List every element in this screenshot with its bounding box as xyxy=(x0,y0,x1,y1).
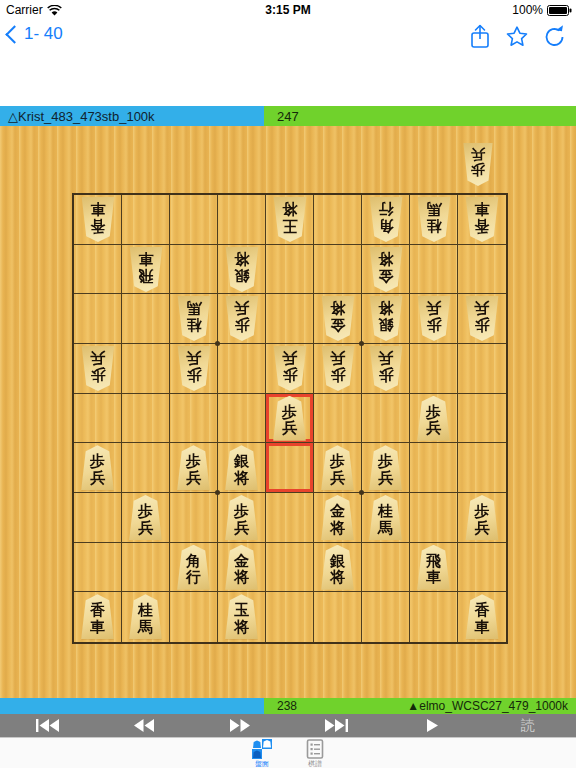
board-cell[interactable] xyxy=(170,195,218,245)
board-cell[interactable]: 王将 xyxy=(266,195,314,245)
board-star-point xyxy=(359,341,364,346)
board-cell[interactable] xyxy=(410,344,458,394)
board-cell[interactable] xyxy=(314,394,362,444)
board-cell[interactable]: 歩兵 xyxy=(218,493,266,543)
board-cell[interactable] xyxy=(314,245,362,295)
board-cell[interactable] xyxy=(74,245,122,295)
shogi-piece-銀将: 銀将 xyxy=(367,296,405,341)
skip-to-end-button[interactable] xyxy=(316,716,356,736)
app-screen: Carrier 3:15 PM 100% xyxy=(0,0,576,768)
shogi-piece-香車: 香車 xyxy=(79,197,117,242)
tab-bar: 盤面 棋譜 xyxy=(0,737,576,768)
board-cell[interactable] xyxy=(362,394,410,444)
board-cell[interactable]: 歩兵 xyxy=(410,294,458,344)
board-cell[interactable] xyxy=(458,394,506,444)
status-bar: Carrier 3:15 PM 100% xyxy=(0,0,576,20)
shogi-piece-銀将: 銀将 xyxy=(223,445,261,490)
board-cell[interactable] xyxy=(218,344,266,394)
shogi-piece-歩兵: 歩兵 xyxy=(223,296,261,341)
board-cell[interactable]: 歩兵 xyxy=(74,344,122,394)
board-tab-icon xyxy=(252,739,272,759)
board-cell[interactable] xyxy=(314,195,362,245)
board-cell[interactable]: 角行 xyxy=(362,195,410,245)
shogi-piece-歩兵: 歩兵 xyxy=(367,346,405,391)
board-cell[interactable]: 歩兵 xyxy=(458,493,506,543)
board-cell[interactable] xyxy=(74,394,122,444)
shogi-piece-金将: 金将 xyxy=(367,247,405,292)
play-button[interactable] xyxy=(412,716,452,736)
shogi-piece-歩兵: 歩兵 xyxy=(271,346,309,391)
board-cell[interactable]: 銀将 xyxy=(362,294,410,344)
board-cell[interactable] xyxy=(122,394,170,444)
playback-toolbar: 読 xyxy=(0,714,576,737)
shogi-piece-桂馬: 桂馬 xyxy=(127,594,165,639)
kifu-tab-icon xyxy=(306,739,324,759)
board-cell[interactable] xyxy=(458,543,506,593)
board-cell[interactable]: 金将 xyxy=(218,543,266,593)
board-cell[interactable] xyxy=(410,592,458,642)
nav-bar: 1- 40 xyxy=(0,20,576,54)
board-cell[interactable]: 桂馬 xyxy=(122,592,170,642)
tab-board[interactable]: 盤面 xyxy=(252,739,272,768)
board-cell[interactable] xyxy=(362,592,410,642)
board-cell[interactable] xyxy=(266,592,314,642)
board-cell[interactable]: 銀将 xyxy=(218,245,266,295)
shogi-board: 香車王将角行桂馬香車飛車銀将金将桂馬歩兵金将銀将歩兵歩兵歩兵歩兵歩兵歩兵歩兵歩兵… xyxy=(72,193,508,644)
board-cell[interactable]: 銀将 xyxy=(314,543,362,593)
skip-to-start-button[interactable] xyxy=(28,716,68,736)
shogi-piece-香車: 香車 xyxy=(79,594,117,639)
board-cell[interactable] xyxy=(266,245,314,295)
bottom-player-name: ▲elmo_WCSC27_479_1000k xyxy=(407,699,568,713)
board-cell[interactable]: 歩兵 xyxy=(122,493,170,543)
board-cell[interactable]: 金将 xyxy=(314,294,362,344)
shogi-piece-歩兵: 歩兵 xyxy=(223,495,261,540)
board-cell[interactable] xyxy=(218,195,266,245)
gote-hand: 歩兵 xyxy=(459,143,497,188)
board-cell[interactable] xyxy=(74,543,122,593)
fast-forward-button[interactable] xyxy=(220,716,260,736)
shogi-piece-歩兵: 歩兵 xyxy=(79,445,117,490)
board-cell[interactable] xyxy=(122,344,170,394)
board-area: 歩兵 香車王将角行桂馬香車飛車銀将金将桂馬歩兵金将銀将歩兵歩兵歩兵歩兵歩兵歩兵歩… xyxy=(0,126,576,698)
shogi-piece-歩兵: 歩兵 xyxy=(367,445,405,490)
board-cell[interactable] xyxy=(266,493,314,543)
shogi-piece-玉将: 玉将 xyxy=(223,594,261,639)
board-cell[interactable]: 桂馬 xyxy=(362,493,410,543)
board-cell[interactable] xyxy=(458,344,506,394)
board-cell[interactable] xyxy=(458,443,506,493)
shogi-piece-桂馬: 桂馬 xyxy=(415,197,453,242)
board-star-point xyxy=(359,490,364,495)
shogi-piece-歩兵: 歩兵 xyxy=(271,396,309,441)
shogi-piece-桂馬: 桂馬 xyxy=(175,296,213,341)
battery-percent: 100% xyxy=(512,3,543,17)
board-cell[interactable] xyxy=(266,294,314,344)
board-cell[interactable] xyxy=(458,245,506,295)
clock: 3:15 PM xyxy=(0,3,576,17)
board-cell[interactable]: 歩兵 xyxy=(266,344,314,394)
board-cell[interactable]: 香車 xyxy=(458,195,506,245)
board-cell[interactable] xyxy=(218,394,266,444)
chevron-left-icon xyxy=(5,25,23,43)
board-cell[interactable]: 歩兵 xyxy=(314,443,362,493)
board-cell[interactable]: 歩兵 xyxy=(170,344,218,394)
shogi-piece-香車: 香車 xyxy=(463,594,501,639)
board-star-point xyxy=(215,341,220,346)
board-cell[interactable]: 玉将 xyxy=(218,592,266,642)
board-cell[interactable]: 歩兵 xyxy=(362,344,410,394)
shogi-piece-角行: 角行 xyxy=(175,545,213,590)
top-player-name: △Krist_483_473stb_100k xyxy=(0,106,264,126)
board-cell[interactable] xyxy=(170,245,218,295)
board-cell[interactable] xyxy=(170,592,218,642)
bottom-player-bar: 238 ▲elmo_WCSC27_479_1000k xyxy=(0,698,576,714)
shogi-piece-飛車: 飛車 xyxy=(415,545,453,590)
board-cell[interactable]: 角行 xyxy=(170,543,218,593)
board-cell[interactable]: 歩兵 xyxy=(74,443,122,493)
board-cell[interactable]: 歩兵 xyxy=(314,344,362,394)
board-cell[interactable] xyxy=(410,493,458,543)
board-cell[interactable] xyxy=(74,493,122,543)
shogi-piece-歩兵: 歩兵 xyxy=(415,296,453,341)
shogi-piece-歩兵: 歩兵 xyxy=(79,346,117,391)
star-icon[interactable] xyxy=(505,23,529,49)
board-cell[interactable]: 金将 xyxy=(314,493,362,543)
board-cell[interactable]: 歩兵 xyxy=(362,443,410,493)
shogi-piece-銀将: 銀将 xyxy=(223,247,261,292)
board-cell[interactable]: 香車 xyxy=(74,195,122,245)
board-cell[interactable] xyxy=(122,294,170,344)
refresh-icon[interactable] xyxy=(542,23,566,49)
bottom-player-score: 238 xyxy=(277,699,297,713)
shogi-piece-歩兵: 歩兵 xyxy=(319,346,357,391)
board-cell[interactable]: 歩兵 xyxy=(218,294,266,344)
board-cell[interactable]: 歩兵 xyxy=(458,294,506,344)
board-star-point xyxy=(215,490,220,495)
board-cell[interactable]: 飛車 xyxy=(410,543,458,593)
shogi-piece-飛車: 飛車 xyxy=(127,247,165,292)
board-cell[interactable] xyxy=(122,195,170,245)
board-cell[interactable] xyxy=(122,543,170,593)
board-cell[interactable] xyxy=(410,443,458,493)
board-cell[interactable] xyxy=(170,394,218,444)
shogi-piece-金将: 金将 xyxy=(319,495,357,540)
top-player-bar: △Krist_483_473stb_100k 247 xyxy=(0,106,576,126)
shogi-piece-歩兵: 歩兵 xyxy=(175,445,213,490)
board-cell[interactable] xyxy=(410,245,458,295)
read-button[interactable]: 読 xyxy=(508,716,548,736)
share-icon[interactable] xyxy=(468,23,492,49)
board-cell[interactable] xyxy=(266,443,314,493)
shogi-piece-歩兵: 歩兵 xyxy=(175,346,213,391)
board-cell[interactable]: 歩兵 xyxy=(170,443,218,493)
board-cell[interactable]: 桂馬 xyxy=(170,294,218,344)
shogi-piece-歩兵: 歩兵 xyxy=(415,396,453,441)
shogi-piece-王将: 王将 xyxy=(271,197,309,242)
shogi-piece-香車: 香車 xyxy=(463,197,501,242)
shogi-piece-歩兵: 歩兵 xyxy=(463,495,501,540)
top-player-score: 247 xyxy=(277,109,299,124)
shogi-piece-歩兵: 歩兵 xyxy=(127,495,165,540)
tab-board-label: 盤面 xyxy=(255,760,269,768)
rewind-button[interactable] xyxy=(124,716,164,736)
tab-kifu-label: 棋譜 xyxy=(308,760,322,768)
back-button[interactable]: 1- 40 xyxy=(8,24,63,44)
board-cell[interactable] xyxy=(170,493,218,543)
shogi-piece-桂馬: 桂馬 xyxy=(367,495,405,540)
board-cell[interactable]: 歩兵 xyxy=(410,394,458,444)
board-cell[interactable] xyxy=(266,543,314,593)
board-cell[interactable]: 歩兵 xyxy=(266,394,314,444)
board-cell[interactable]: 桂馬 xyxy=(410,195,458,245)
shogi-piece-歩兵: 歩兵 xyxy=(463,296,501,341)
shogi-piece-金将: 金将 xyxy=(319,296,357,341)
shogi-piece-角行: 角行 xyxy=(367,197,405,242)
board-cell[interactable] xyxy=(314,592,362,642)
board-cell[interactable] xyxy=(362,543,410,593)
bottom-player-blue-segment xyxy=(0,698,264,714)
shogi-piece-歩兵: 歩兵 xyxy=(319,445,357,490)
board-cell[interactable]: 銀将 xyxy=(218,443,266,493)
board-cell[interactable]: 飛車 xyxy=(122,245,170,295)
back-button-label: 1- 40 xyxy=(24,24,63,44)
shogi-piece-歩兵: 歩兵 xyxy=(461,143,495,186)
shogi-piece-銀将: 銀将 xyxy=(319,545,357,590)
battery-icon xyxy=(547,5,572,16)
board-cell[interactable]: 香車 xyxy=(74,592,122,642)
shogi-piece-金将: 金将 xyxy=(223,545,261,590)
board-cell[interactable] xyxy=(122,443,170,493)
board-cell[interactable]: 香車 xyxy=(458,592,506,642)
tab-kifu[interactable]: 棋譜 xyxy=(306,739,324,768)
board-cell[interactable] xyxy=(74,294,122,344)
board-cell[interactable]: 金将 xyxy=(362,245,410,295)
